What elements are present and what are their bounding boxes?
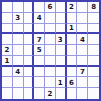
given-digit: 6 bbox=[48, 4, 53, 11]
sudoku-cell-r4c6[interactable]: 3 bbox=[56, 34, 67, 45]
sudoku-cell-r8c9[interactable] bbox=[88, 77, 99, 88]
given-digit: 2 bbox=[69, 4, 74, 11]
given-digit: 1 bbox=[4, 57, 9, 64]
given-digit: 7 bbox=[80, 69, 85, 76]
sudoku-cell-r6c5[interactable] bbox=[45, 56, 56, 67]
sudoku-cell-r9c9[interactable] bbox=[88, 88, 99, 99]
given-digit: 2 bbox=[4, 47, 9, 54]
sudoku-cell-r9c7[interactable] bbox=[67, 88, 78, 99]
sudoku-cell-r8c8[interactable] bbox=[77, 77, 88, 88]
sudoku-cell-r4c9[interactable] bbox=[88, 34, 99, 45]
sudoku-cell-r2c2[interactable]: 3 bbox=[13, 13, 24, 24]
sudoku-cell-r6c1[interactable]: 1 bbox=[2, 56, 13, 67]
sudoku-cell-r4c1[interactable] bbox=[2, 34, 13, 45]
sudoku-cell-r2c9[interactable] bbox=[88, 13, 99, 24]
sudoku-cell-r3c2[interactable] bbox=[13, 24, 24, 35]
given-digit: 5 bbox=[37, 47, 42, 54]
sudoku-cell-r5c7[interactable] bbox=[67, 45, 78, 56]
sudoku-cell-r8c4[interactable] bbox=[34, 77, 45, 88]
sudoku-cell-r1c6[interactable] bbox=[56, 2, 67, 13]
sudoku-cell-r6c3[interactable] bbox=[24, 56, 35, 67]
sudoku-cell-r9c6[interactable] bbox=[56, 88, 67, 99]
sudoku-cell-r6c2[interactable] bbox=[13, 56, 24, 67]
given-digit: 3 bbox=[58, 36, 63, 43]
given-digit: 3 bbox=[15, 15, 20, 22]
sudoku-cell-r8c3[interactable] bbox=[24, 77, 35, 88]
sudoku-cell-r3c4[interactable] bbox=[34, 24, 45, 35]
sudoku-cell-r1c5[interactable]: 6 bbox=[45, 2, 56, 13]
sudoku-cell-r6c7[interactable] bbox=[67, 56, 78, 67]
given-digit: 2 bbox=[48, 91, 53, 98]
sudoku-cell-r2c5[interactable] bbox=[45, 13, 56, 24]
sudoku-cell-r2c8[interactable] bbox=[77, 13, 88, 24]
given-digit: 8 bbox=[91, 4, 96, 11]
given-digit: 1 bbox=[58, 79, 63, 86]
sudoku-cell-r5c3[interactable] bbox=[24, 45, 35, 56]
sudoku-cell-r9c3[interactable] bbox=[24, 88, 35, 99]
sudoku-cell-r2c7[interactable] bbox=[67, 13, 78, 24]
sudoku-cell-r9c5[interactable]: 2 bbox=[45, 88, 56, 99]
sudoku-cell-r1c1[interactable] bbox=[2, 2, 13, 13]
given-digit: 7 bbox=[37, 36, 42, 43]
sudoku-cell-r4c5[interactable] bbox=[45, 34, 56, 45]
sudoku-cell-r9c2[interactable] bbox=[13, 88, 24, 99]
given-digit: 1 bbox=[69, 25, 74, 32]
given-digit: 4 bbox=[15, 69, 20, 76]
sudoku-cell-r7c5[interactable] bbox=[45, 67, 56, 78]
sudoku-cell-r3c6[interactable] bbox=[56, 24, 67, 35]
sudoku-cell-r7c2[interactable]: 4 bbox=[13, 67, 24, 78]
sudoku-cell-r7c7[interactable] bbox=[67, 67, 78, 78]
sudoku-cell-r3c1[interactable] bbox=[2, 24, 13, 35]
sudoku-board: 62834173425147162 bbox=[0, 0, 101, 101]
sudoku-cell-r8c5[interactable] bbox=[45, 77, 56, 88]
sudoku-cell-r4c4[interactable]: 7 bbox=[34, 34, 45, 45]
sudoku-cell-r9c4[interactable] bbox=[34, 88, 45, 99]
sudoku-cell-r8c7[interactable]: 6 bbox=[67, 77, 78, 88]
given-digit: 4 bbox=[80, 36, 85, 43]
sudoku-cell-r4c2[interactable] bbox=[13, 34, 24, 45]
sudoku-cell-r6c4[interactable] bbox=[34, 56, 45, 67]
sudoku-cell-r3c7[interactable]: 1 bbox=[67, 24, 78, 35]
sudoku-cell-r9c8[interactable] bbox=[77, 88, 88, 99]
sudoku-cell-r3c8[interactable] bbox=[77, 24, 88, 35]
sudoku-cell-r7c1[interactable] bbox=[2, 67, 13, 78]
sudoku-cell-r4c7[interactable] bbox=[67, 34, 78, 45]
sudoku-cell-r5c4[interactable]: 5 bbox=[34, 45, 45, 56]
sudoku-cell-r7c3[interactable] bbox=[24, 67, 35, 78]
sudoku-cell-r3c5[interactable] bbox=[45, 24, 56, 35]
sudoku-cell-r7c8[interactable]: 7 bbox=[77, 67, 88, 78]
sudoku-cell-r5c9[interactable] bbox=[88, 45, 99, 56]
sudoku-cell-r1c2[interactable] bbox=[13, 2, 24, 13]
sudoku-cell-r8c6[interactable]: 1 bbox=[56, 77, 67, 88]
sudoku-cell-r1c3[interactable] bbox=[24, 2, 35, 13]
sudoku-cell-r2c6[interactable] bbox=[56, 13, 67, 24]
sudoku-cell-r2c1[interactable] bbox=[2, 13, 13, 24]
sudoku-cell-r2c4[interactable]: 4 bbox=[34, 13, 45, 24]
sudoku-cell-r5c6[interactable] bbox=[56, 45, 67, 56]
sudoku-cell-r5c8[interactable] bbox=[77, 45, 88, 56]
sudoku-cell-r5c5[interactable] bbox=[45, 45, 56, 56]
sudoku-cell-r1c4[interactable] bbox=[34, 2, 45, 13]
sudoku-cell-r2c3[interactable] bbox=[24, 13, 35, 24]
sudoku-cell-r6c8[interactable] bbox=[77, 56, 88, 67]
sudoku-cell-r1c8[interactable] bbox=[77, 2, 88, 13]
sudoku-cell-r8c1[interactable] bbox=[2, 77, 13, 88]
sudoku-cell-r4c8[interactable]: 4 bbox=[77, 34, 88, 45]
sudoku-cell-r6c6[interactable] bbox=[56, 56, 67, 67]
sudoku-cell-r7c4[interactable] bbox=[34, 67, 45, 78]
sudoku-cell-r6c9[interactable] bbox=[88, 56, 99, 67]
sudoku-cell-r9c1[interactable] bbox=[2, 88, 13, 99]
sudoku-cell-r5c2[interactable] bbox=[13, 45, 24, 56]
given-digit: 6 bbox=[69, 79, 74, 86]
sudoku-cell-r1c7[interactable]: 2 bbox=[67, 2, 78, 13]
sudoku-cell-r7c6[interactable] bbox=[56, 67, 67, 78]
given-digit: 4 bbox=[37, 15, 42, 22]
sudoku-cell-r4c3[interactable] bbox=[24, 34, 35, 45]
sudoku-cell-r1c9[interactable]: 8 bbox=[88, 2, 99, 13]
sudoku-cell-r5c1[interactable]: 2 bbox=[2, 45, 13, 56]
sudoku-cell-r3c9[interactable] bbox=[88, 24, 99, 35]
sudoku-cell-r8c2[interactable] bbox=[13, 77, 24, 88]
sudoku-cell-r3c3[interactable] bbox=[24, 24, 35, 35]
sudoku-cell-r7c9[interactable] bbox=[88, 67, 99, 78]
